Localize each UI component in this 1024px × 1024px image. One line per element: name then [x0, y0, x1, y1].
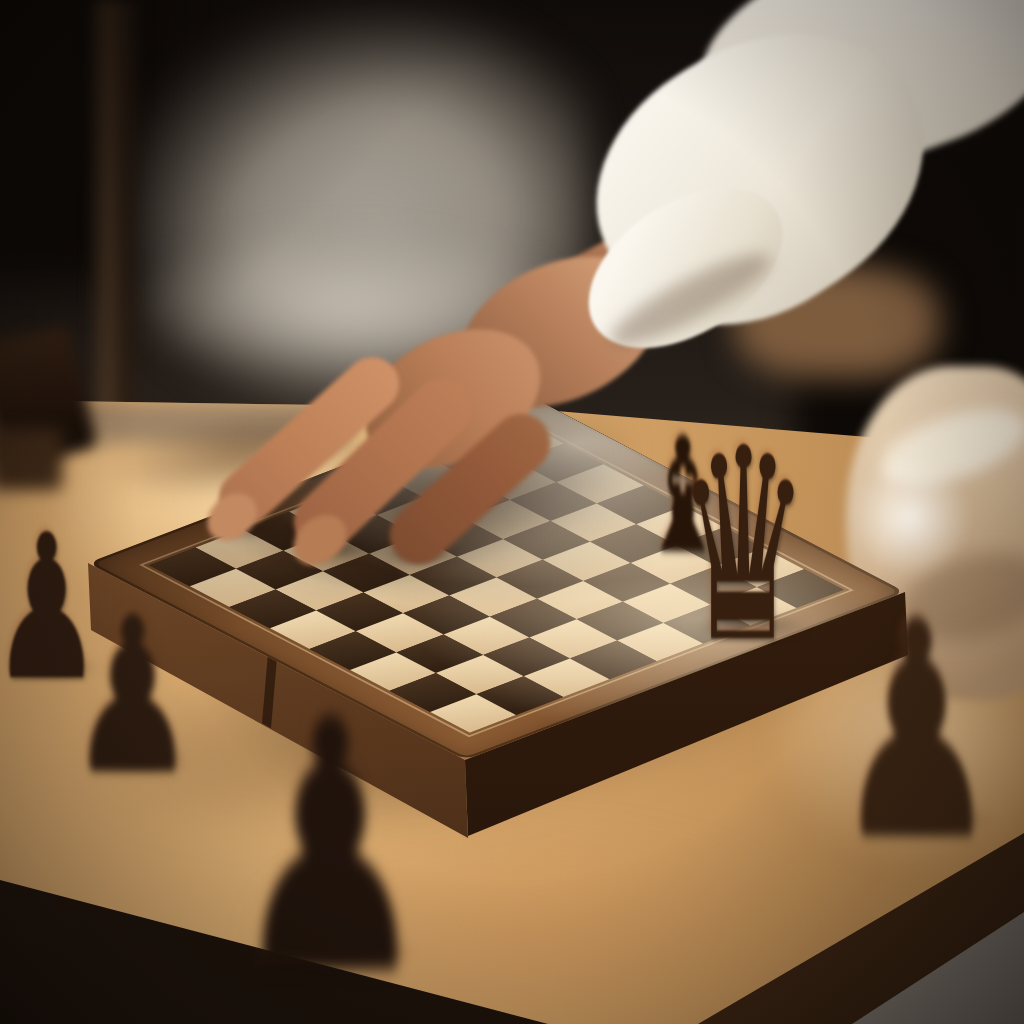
- pawn-foreground[interactable]: ♟: [156, 674, 504, 1022]
- pieces-layer: ♟♟♝♛♟♟: [0, 0, 1024, 1024]
- pawn-foreground-glyph: ♟: [230, 674, 430, 1022]
- pawn-table-right-glyph: ♟: [834, 582, 1000, 880]
- photo-scene: Close-up photograph: a hand in a white r…: [0, 0, 1024, 1024]
- pawn-table-right[interactable]: ♟: [768, 582, 1024, 880]
